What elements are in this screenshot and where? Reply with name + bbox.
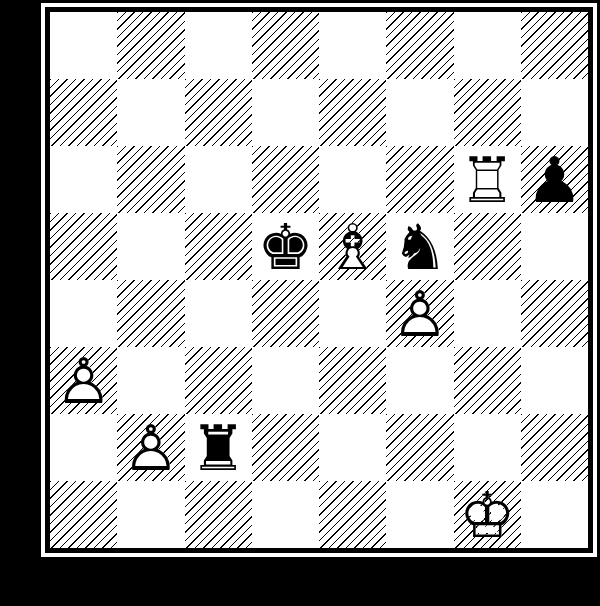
square-h3[interactable] (521, 347, 588, 414)
square-a6[interactable] (50, 146, 117, 213)
square-c2[interactable]: ♜ (185, 414, 252, 481)
square-c7[interactable] (185, 79, 252, 146)
square-d5[interactable]: ♚ (252, 213, 319, 280)
square-g5[interactable] (454, 213, 521, 280)
square-e7[interactable] (319, 79, 386, 146)
square-d4[interactable] (252, 280, 319, 347)
black-pawn-piece-icon: ♟ (521, 147, 588, 214)
square-b7[interactable] (117, 79, 184, 146)
white-rook-piece-icon: ♖ (454, 147, 521, 214)
square-d2[interactable] (252, 414, 319, 481)
white-bishop-silhouette: ♝ (319, 214, 386, 281)
square-h2[interactable] (521, 414, 588, 481)
square-a3[interactable]: ♟♙ (50, 347, 117, 414)
square-e6[interactable] (319, 146, 386, 213)
square-b2[interactable]: ♟♙ (117, 414, 184, 481)
square-h5[interactable] (521, 213, 588, 280)
square-g2[interactable] (454, 414, 521, 481)
square-h7[interactable] (521, 79, 588, 146)
square-f4[interactable]: ♟♙ (386, 280, 453, 347)
square-a1[interactable] (50, 481, 117, 548)
square-b4[interactable] (117, 280, 184, 347)
board-border: ♜♖♟♚♝♗♞♟♙♟♙♟♙♜♚♔ (45, 7, 593, 553)
square-g8[interactable] (454, 12, 521, 79)
square-h1[interactable] (521, 481, 588, 548)
square-a8[interactable] (50, 12, 117, 79)
square-b8[interactable] (117, 12, 184, 79)
black-rook-piece-icon: ♜ (185, 415, 252, 482)
square-g7[interactable] (454, 79, 521, 146)
square-e8[interactable] (319, 12, 386, 79)
square-e1[interactable] (319, 481, 386, 548)
square-h8[interactable] (521, 12, 588, 79)
chess-diagram: ♜♖♟♚♝♗♞♟♙♟♙♟♙♜♚♔ (0, 0, 600, 606)
square-c5[interactable] (185, 213, 252, 280)
square-f5[interactable]: ♞ (386, 213, 453, 280)
square-f6[interactable] (386, 146, 453, 213)
square-g1[interactable]: ♚♔ (454, 481, 521, 548)
square-h4[interactable] (521, 280, 588, 347)
square-e2[interactable] (319, 414, 386, 481)
square-g3[interactable] (454, 347, 521, 414)
white-king-silhouette: ♚ (454, 482, 521, 549)
chess-board: ♜♖♟♚♝♗♞♟♙♟♙♟♙♜♚♔ (50, 12, 588, 548)
square-g4[interactable] (454, 280, 521, 347)
white-bishop-piece-icon: ♗ (319, 214, 386, 281)
square-b5[interactable] (117, 213, 184, 280)
square-a4[interactable] (50, 280, 117, 347)
white-pawn-silhouette: ♟ (50, 348, 117, 415)
square-d6[interactable] (252, 146, 319, 213)
white-pawn-piece-icon: ♙ (117, 415, 184, 482)
square-c6[interactable] (185, 146, 252, 213)
white-pawn-silhouette: ♟ (117, 415, 184, 482)
square-e4[interactable] (319, 280, 386, 347)
square-a5[interactable] (50, 213, 117, 280)
square-e3[interactable] (319, 347, 386, 414)
white-pawn-piece-icon: ♙ (50, 348, 117, 415)
square-f1[interactable] (386, 481, 453, 548)
board-frame: ♜♖♟♚♝♗♞♟♙♟♙♟♙♜♚♔ (41, 3, 597, 557)
white-pawn-silhouette: ♟ (386, 281, 453, 348)
square-d3[interactable] (252, 347, 319, 414)
square-d8[interactable] (252, 12, 319, 79)
square-d7[interactable] (252, 79, 319, 146)
square-g6[interactable]: ♜♖ (454, 146, 521, 213)
square-f3[interactable] (386, 347, 453, 414)
square-b1[interactable] (117, 481, 184, 548)
black-king-piece-icon: ♚ (252, 214, 319, 281)
square-f7[interactable] (386, 79, 453, 146)
black-knight-piece-icon: ♞ (386, 214, 453, 281)
square-b6[interactable] (117, 146, 184, 213)
square-c8[interactable] (185, 12, 252, 79)
square-f8[interactable] (386, 12, 453, 79)
square-a2[interactable] (50, 414, 117, 481)
white-rook-silhouette: ♜ (454, 147, 521, 214)
white-pawn-piece-icon: ♙ (386, 281, 453, 348)
square-e5[interactable]: ♝♗ (319, 213, 386, 280)
square-d1[interactable] (252, 481, 319, 548)
square-b3[interactable] (117, 347, 184, 414)
square-a7[interactable] (50, 79, 117, 146)
square-f2[interactable] (386, 414, 453, 481)
square-c3[interactable] (185, 347, 252, 414)
square-c1[interactable] (185, 481, 252, 548)
square-c4[interactable] (185, 280, 252, 347)
white-king-piece-icon: ♔ (454, 482, 521, 549)
square-h6[interactable]: ♟ (521, 146, 588, 213)
